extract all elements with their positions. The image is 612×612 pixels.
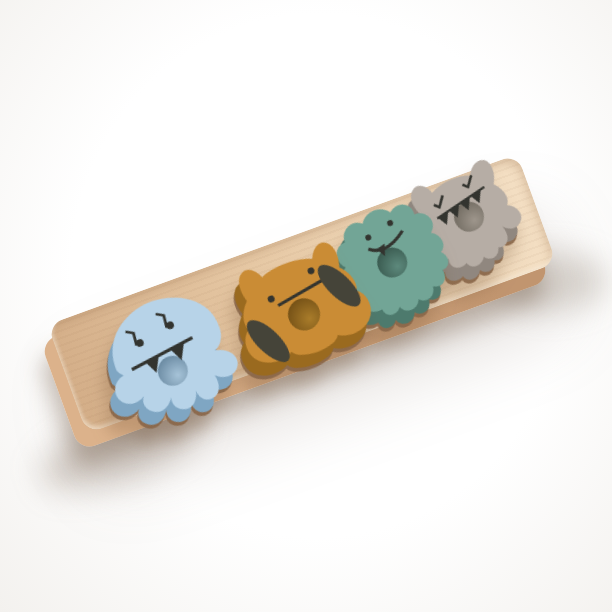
puzzle-board[interactable]: [47, 154, 557, 434]
product-photo-scene: [0, 0, 612, 612]
slot-grid: [47, 154, 557, 434]
